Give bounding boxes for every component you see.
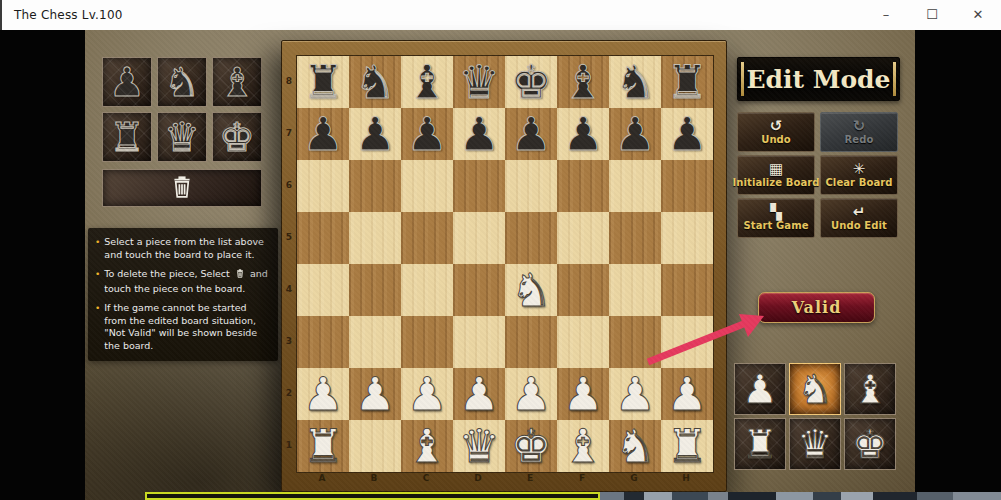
square-e8[interactable]: ♚ <box>505 56 557 108</box>
square-b6[interactable] <box>349 160 401 212</box>
piece-black-queen: ♛ <box>458 59 499 105</box>
file-labels: ABCDEFGH <box>296 473 712 489</box>
piece-black-pawn: ♟ <box>614 111 655 157</box>
piece-black-knight: ♞ <box>614 59 655 105</box>
square-f7[interactable]: ♟ <box>557 108 609 160</box>
palette-white-queen[interactable]: ♛ <box>789 418 841 470</box>
redo-button[interactable]: ↻ Redo <box>820 112 898 152</box>
file-label-g: G <box>608 473 660 489</box>
piece-black-rook: ♜ <box>302 59 343 105</box>
black-king-glyph: ♚ <box>219 117 255 157</box>
rank-label-4: 4 <box>282 263 296 315</box>
palette-black-rook[interactable]: ♜ <box>102 112 152 162</box>
minimize-button[interactable]: – <box>863 0 909 30</box>
instruction-item: • To delete the piece, Select and touch … <box>95 268 271 295</box>
piece-white-pawn: ♟ <box>614 371 655 417</box>
rank-label-2: 2 <box>282 367 296 419</box>
validity-status-badge: Valid <box>758 292 875 323</box>
square-h6[interactable] <box>661 160 713 212</box>
square-c3[interactable] <box>401 316 453 368</box>
square-h8[interactable]: ♜ <box>661 56 713 108</box>
square-f8[interactable]: ♝ <box>557 56 609 108</box>
annotation-arrow <box>638 306 773 368</box>
square-b5[interactable] <box>349 212 401 264</box>
bullet-icon: • <box>95 302 100 352</box>
black-piece-palette: ♟♞♝♜♛♚ <box>102 57 262 162</box>
piece-white-pawn: ♟ <box>666 371 707 417</box>
banner-strip <box>145 492 600 500</box>
window-titlebar: The Chess Lv.100 – ☐ ✕ <box>0 0 1001 30</box>
board-grid-icon: ▦ <box>769 162 783 177</box>
file-label-f: F <box>556 473 608 489</box>
board-pieces-icon: ▚ <box>770 205 782 220</box>
palette-black-bishop[interactable]: ♝ <box>212 57 262 107</box>
square-e4[interactable]: ♞ <box>505 264 557 316</box>
square-g6[interactable] <box>609 160 661 212</box>
piece-black-king: ♚ <box>510 59 551 105</box>
piece-white-pawn: ♟ <box>562 371 603 417</box>
square-d2[interactable]: ♟ <box>453 368 505 420</box>
square-d4[interactable] <box>453 264 505 316</box>
undo-button[interactable]: ↺ Undo <box>737 112 815 152</box>
piece-white-pawn: ♟ <box>302 371 343 417</box>
rank-label-8: 8 <box>282 55 296 107</box>
piece-white-pawn: ♟ <box>354 371 395 417</box>
clear-board-button[interactable]: ✳ Clear Board <box>820 155 898 195</box>
square-a3[interactable] <box>297 316 349 368</box>
palette-black-king[interactable]: ♚ <box>212 112 262 162</box>
redo-arrow-icon: ↻ <box>853 119 866 134</box>
square-c6[interactable] <box>401 160 453 212</box>
piece-white-bishop: ♝ <box>562 423 603 469</box>
undo-arrow-icon: ↺ <box>770 119 783 134</box>
file-label-h: H <box>660 473 712 489</box>
game-scene: ♟♞♝♜♛♚ • Select a piece from the list ab… <box>85 30 915 500</box>
square-f3[interactable] <box>557 316 609 368</box>
edit-mode-title: Edit Mode <box>737 57 900 101</box>
window-controls: – ☐ ✕ <box>863 0 1001 30</box>
instruction-item: • Select a piece from the list above and… <box>95 236 271 261</box>
piece-white-pawn: ♟ <box>458 371 499 417</box>
black-knight-glyph: ♞ <box>164 62 200 102</box>
piece-white-knight: ♞ <box>614 423 655 469</box>
file-label-b: B <box>348 473 400 489</box>
square-b8[interactable]: ♞ <box>349 56 401 108</box>
board-squares: ♜♞♝♛♚♝♞♜♟♟♟♟♟♟♟♟♞♟♟♟♟♟♟♟♟♜♝♛♚♝♞♜ <box>296 55 714 473</box>
rank-label-7: 7 <box>282 107 296 159</box>
square-a6[interactable] <box>297 160 349 212</box>
piece-black-knight: ♞ <box>354 59 395 105</box>
square-a4[interactable] <box>297 264 349 316</box>
piece-white-rook: ♜ <box>666 423 707 469</box>
square-e6[interactable] <box>505 160 557 212</box>
square-c7[interactable]: ♟ <box>401 108 453 160</box>
piece-black-pawn: ♟ <box>562 111 603 157</box>
palette-black-pawn[interactable]: ♟ <box>102 57 152 107</box>
window-title: The Chess Lv.100 <box>14 8 123 22</box>
square-f4[interactable] <box>557 264 609 316</box>
piece-black-pawn: ♟ <box>354 111 395 157</box>
undo-edit-button[interactable]: ↵ Undo Edit <box>820 198 898 238</box>
trash-icon <box>235 268 245 283</box>
black-pawn-glyph: ♟ <box>109 62 145 102</box>
piece-white-queen: ♛ <box>458 423 499 469</box>
white-knight-glyph: ♞ <box>797 369 833 409</box>
instruction-text: Select a piece from the list above and t… <box>104 236 271 261</box>
square-d1[interactable]: ♛ <box>453 420 505 472</box>
white-pawn-glyph: ♟ <box>742 369 778 409</box>
maximize-button[interactable]: ☐ <box>909 0 955 30</box>
white-rook-glyph: ♜ <box>742 424 778 464</box>
white-bishop-glyph: ♝ <box>852 369 888 409</box>
piece-black-pawn: ♟ <box>666 111 707 157</box>
palette-white-king[interactable]: ♚ <box>844 418 896 470</box>
piece-white-pawn: ♟ <box>406 371 447 417</box>
square-e7[interactable]: ♟ <box>505 108 557 160</box>
rank-label-6: 6 <box>282 159 296 211</box>
square-d5[interactable] <box>453 212 505 264</box>
piece-black-rook: ♜ <box>666 59 707 105</box>
square-h7[interactable]: ♟ <box>661 108 713 160</box>
white-queen-glyph: ♛ <box>797 424 833 464</box>
piece-white-pawn: ♟ <box>510 371 551 417</box>
white-piece-palette: ♟♞♝♜♛♚ <box>734 363 896 470</box>
square-e2[interactable]: ♟ <box>505 368 557 420</box>
edit-mode-label: Edit Mode <box>746 65 890 94</box>
rank-label-1: 1 <box>282 419 296 471</box>
square-e1[interactable]: ♚ <box>505 420 557 472</box>
initialize-board-button[interactable]: ▦ Initialize Board <box>737 155 815 195</box>
palette-black-knight[interactable]: ♞ <box>157 57 207 107</box>
close-button[interactable]: ✕ <box>955 0 1001 30</box>
square-a1[interactable]: ♜ <box>297 420 349 472</box>
square-d3[interactable] <box>453 316 505 368</box>
black-queen-glyph: ♛ <box>164 117 200 157</box>
piece-white-bishop: ♝ <box>406 423 447 469</box>
square-h1[interactable]: ♜ <box>661 420 713 472</box>
square-e5[interactable] <box>505 212 557 264</box>
square-g5[interactable] <box>609 212 661 264</box>
white-king-glyph: ♚ <box>852 424 888 464</box>
piece-black-pawn: ♟ <box>302 111 343 157</box>
square-a5[interactable] <box>297 212 349 264</box>
banner-photos <box>600 492 1001 500</box>
file-label-d: D <box>452 473 504 489</box>
square-d8[interactable]: ♛ <box>453 56 505 108</box>
piece-white-rook: ♜ <box>302 423 343 469</box>
delete-piece-button[interactable] <box>102 169 262 207</box>
piece-black-pawn: ♟ <box>458 111 499 157</box>
square-b1[interactable] <box>349 420 401 472</box>
square-f6[interactable] <box>557 160 609 212</box>
palette-white-knight[interactable]: ♞ <box>789 363 841 415</box>
palette-white-rook[interactable]: ♜ <box>734 418 786 470</box>
edit-action-buttons: ↺ Undo ↻ Redo ▦ Initialize Board ✳ Clear… <box>737 112 898 238</box>
black-rook-glyph: ♜ <box>109 117 145 157</box>
file-label-c: C <box>400 473 452 489</box>
rank-labels: 87654321 <box>282 55 296 471</box>
edit-mode-accent-bar <box>893 62 896 96</box>
square-h5[interactable] <box>661 212 713 264</box>
chess-board: 87654321 ♜♞♝♛♚♝♞♜♟♟♟♟♟♟♟♟♞♟♟♟♟♟♟♟♟♜♝♛♚♝♞… <box>281 40 727 492</box>
square-b4[interactable] <box>349 264 401 316</box>
square-g2[interactable]: ♟ <box>609 368 661 420</box>
rank-label-3: 3 <box>282 315 296 367</box>
piece-black-bishop: ♝ <box>406 59 447 105</box>
trash-icon <box>169 174 195 203</box>
square-c2[interactable]: ♟ <box>401 368 453 420</box>
piece-white-knight: ♞ <box>510 267 551 313</box>
square-d6[interactable] <box>453 160 505 212</box>
rank-label-5: 5 <box>282 211 296 263</box>
game-stage: ♟♞♝♜♛♚ • Select a piece from the list ab… <box>0 30 1001 500</box>
start-game-button[interactable]: ▚ Start Game <box>737 198 815 238</box>
bullet-icon: • <box>95 268 100 295</box>
piece-black-pawn: ♟ <box>406 111 447 157</box>
square-f2[interactable]: ♟ <box>557 368 609 420</box>
palette-white-pawn[interactable]: ♟ <box>734 363 786 415</box>
piece-black-pawn: ♟ <box>510 111 551 157</box>
square-b7[interactable]: ♟ <box>349 108 401 160</box>
square-g1[interactable]: ♞ <box>609 420 661 472</box>
app-window: The Chess Lv.100 – ☐ ✕ ♟♞♝♜♛♚ • <box>0 0 1001 500</box>
file-label-a: A <box>296 473 348 489</box>
edit-mode-accent-bar <box>741 62 744 96</box>
palette-black-queen[interactable]: ♛ <box>157 112 207 162</box>
instruction-text: To delete the piece, Select and touch th… <box>104 268 271 295</box>
square-a7[interactable]: ♟ <box>297 108 349 160</box>
black-bishop-glyph: ♝ <box>219 62 255 102</box>
instruction-text: If the game cannot be started from the e… <box>104 302 271 352</box>
piece-black-bishop: ♝ <box>562 59 603 105</box>
square-g8[interactable]: ♞ <box>609 56 661 108</box>
return-arrow-icon: ↵ <box>853 205 866 220</box>
square-a2[interactable]: ♟ <box>297 368 349 420</box>
square-b3[interactable] <box>349 316 401 368</box>
clear-burst-icon: ✳ <box>853 162 866 177</box>
square-f1[interactable]: ♝ <box>557 420 609 472</box>
square-e3[interactable] <box>505 316 557 368</box>
instruction-item: • If the game cannot be started from the… <box>95 302 271 352</box>
square-f5[interactable] <box>557 212 609 264</box>
square-c4[interactable] <box>401 264 453 316</box>
piece-white-king: ♚ <box>510 423 551 469</box>
square-h2[interactable]: ♟ <box>661 368 713 420</box>
square-a8[interactable]: ♜ <box>297 56 349 108</box>
square-c1[interactable]: ♝ <box>401 420 453 472</box>
square-b2[interactable]: ♟ <box>349 368 401 420</box>
square-c8[interactable]: ♝ <box>401 56 453 108</box>
square-d7[interactable]: ♟ <box>453 108 505 160</box>
instructions-panel: • Select a piece from the list above and… <box>88 228 278 361</box>
bullet-icon: • <box>95 236 100 261</box>
square-g7[interactable]: ♟ <box>609 108 661 160</box>
palette-white-bishop[interactable]: ♝ <box>844 363 896 415</box>
file-label-e: E <box>504 473 556 489</box>
square-c5[interactable] <box>401 212 453 264</box>
